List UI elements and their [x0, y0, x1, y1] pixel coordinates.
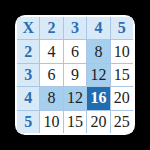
cell-4x2-highlighted[interactable]: 8: [40, 87, 62, 109]
cell-5x3[interactable]: 15: [64, 111, 86, 133]
cell-2x3[interactable]: 6: [64, 40, 86, 62]
cell-5x4[interactable]: 20: [87, 111, 109, 133]
cell-2x4-highlighted[interactable]: 8: [87, 40, 109, 62]
cell-4x3-highlighted[interactable]: 12: [64, 87, 86, 109]
cell-2x2[interactable]: 4: [40, 40, 62, 62]
row-header-4[interactable]: 4: [17, 87, 39, 109]
col-header-4[interactable]: 4: [87, 17, 109, 39]
multiplication-grid: X 2 3 4 5 2 4 6 8 10 3 6 9 12 15 4 8 12 …: [17, 17, 133, 133]
row-header-3[interactable]: 3: [17, 64, 39, 86]
col-header-5[interactable]: 5: [111, 17, 133, 39]
cell-5x5[interactable]: 25: [111, 111, 133, 133]
multiplication-table-card: X 2 3 4 5 2 4 6 8 10 3 6 9 12 15 4 8 12 …: [15, 15, 135, 135]
cell-3x3[interactable]: 9: [64, 64, 86, 86]
row-header-2[interactable]: 2: [17, 40, 39, 62]
col-header-2[interactable]: 2: [40, 17, 62, 39]
operation-header: X: [17, 17, 39, 39]
cell-4x4-selected-product[interactable]: 16: [87, 87, 109, 109]
col-header-3[interactable]: 3: [64, 17, 86, 39]
cell-3x5[interactable]: 15: [111, 64, 133, 86]
row-header-5[interactable]: 5: [17, 111, 39, 133]
cell-2x5[interactable]: 10: [111, 40, 133, 62]
cell-3x2[interactable]: 6: [40, 64, 62, 86]
cell-5x2[interactable]: 10: [40, 111, 62, 133]
cell-3x4-highlighted[interactable]: 12: [87, 64, 109, 86]
backdrop: X 2 3 4 5 2 4 6 8 10 3 6 9 12 15 4 8 12 …: [0, 0, 150, 150]
cell-4x5[interactable]: 20: [111, 87, 133, 109]
